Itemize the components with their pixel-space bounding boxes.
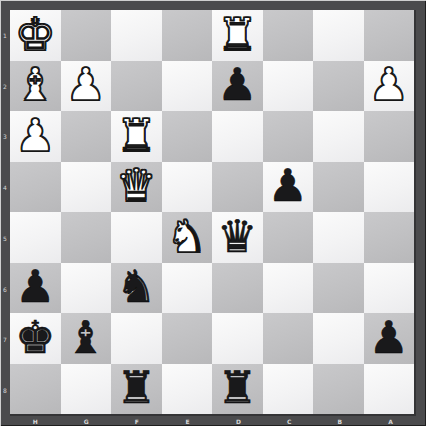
square-f7[interactable] — [111, 313, 162, 364]
white-bishop[interactable]: ♝ — [15, 62, 55, 107]
white-rook[interactable]: ♜ — [116, 113, 156, 158]
black-pawn[interactable]: ♟ — [369, 315, 409, 360]
square-d2[interactable]: ♟ — [212, 61, 263, 112]
white-pawn[interactable]: ♟ — [15, 113, 55, 158]
rank-labels: 12345678 — [0, 10, 10, 416]
square-d7[interactable] — [212, 313, 263, 364]
chess-board-frame: 12345678 ♚♜♝♟♟♟♟♜♛♟♞♛♟♞♚♝♟♜♜ HGFEDCBA — [0, 0, 426, 426]
square-d1[interactable]: ♜ — [212, 10, 263, 61]
square-c1[interactable] — [263, 10, 314, 61]
square-a8[interactable] — [364, 364, 415, 415]
rank-label-1: 1 — [0, 10, 10, 61]
rank-label-8: 8 — [0, 365, 10, 416]
square-b3[interactable] — [313, 111, 364, 162]
square-h3[interactable]: ♟ — [10, 111, 61, 162]
square-b2[interactable] — [313, 61, 364, 112]
square-d6[interactable] — [212, 263, 263, 314]
square-h4[interactable] — [10, 162, 61, 213]
square-c8[interactable] — [263, 364, 314, 415]
rank-label-7: 7 — [0, 315, 10, 366]
square-e6[interactable] — [162, 263, 213, 314]
square-b8[interactable] — [313, 364, 364, 415]
square-c5[interactable] — [263, 212, 314, 263]
square-e2[interactable] — [162, 61, 213, 112]
file-label-g: G — [61, 417, 112, 426]
rank-label-3: 3 — [0, 112, 10, 163]
white-king[interactable]: ♚ — [15, 12, 55, 57]
square-f1[interactable] — [111, 10, 162, 61]
square-b6[interactable] — [313, 263, 364, 314]
black-pawn[interactable]: ♟ — [15, 264, 55, 309]
square-b5[interactable] — [313, 212, 364, 263]
file-labels: HGFEDCBA — [10, 417, 416, 426]
white-rook[interactable]: ♜ — [217, 12, 257, 57]
rank-label-5: 5 — [0, 213, 10, 264]
square-c2[interactable] — [263, 61, 314, 112]
black-bishop[interactable]: ♝ — [66, 315, 106, 360]
rank-label-4: 4 — [0, 162, 10, 213]
square-f6[interactable]: ♞ — [111, 263, 162, 314]
square-g2[interactable]: ♟ — [61, 61, 112, 112]
square-h1[interactable]: ♚ — [10, 10, 61, 61]
black-king[interactable]: ♚ — [15, 315, 55, 360]
file-label-h: H — [10, 417, 61, 426]
rank-label-6: 6 — [0, 264, 10, 315]
black-rook[interactable]: ♜ — [116, 365, 156, 410]
square-g4[interactable] — [61, 162, 112, 213]
square-d3[interactable] — [212, 111, 263, 162]
square-a2[interactable]: ♟ — [364, 61, 415, 112]
white-queen[interactable]: ♛ — [116, 163, 156, 208]
square-c6[interactable] — [263, 263, 314, 314]
square-e1[interactable] — [162, 10, 213, 61]
white-knight[interactable]: ♞ — [167, 214, 207, 259]
square-f4[interactable]: ♛ — [111, 162, 162, 213]
square-h2[interactable]: ♝ — [10, 61, 61, 112]
square-a3[interactable] — [364, 111, 415, 162]
square-b7[interactable] — [313, 313, 364, 364]
white-pawn[interactable]: ♟ — [369, 62, 409, 107]
square-e7[interactable] — [162, 313, 213, 364]
white-pawn[interactable]: ♟ — [66, 62, 106, 107]
black-knight[interactable]: ♞ — [116, 264, 156, 309]
square-e3[interactable] — [162, 111, 213, 162]
square-g8[interactable] — [61, 364, 112, 415]
square-e8[interactable] — [162, 364, 213, 415]
file-label-e: E — [162, 417, 213, 426]
square-d4[interactable] — [212, 162, 263, 213]
square-a7[interactable]: ♟ — [364, 313, 415, 364]
chess-board: ♚♜♝♟♟♟♟♜♛♟♞♛♟♞♚♝♟♜♜ — [10, 10, 416, 416]
square-d8[interactable]: ♜ — [212, 364, 263, 415]
square-c7[interactable] — [263, 313, 314, 364]
black-rook[interactable]: ♜ — [217, 365, 257, 410]
square-e4[interactable] — [162, 162, 213, 213]
square-h5[interactable] — [10, 212, 61, 263]
file-label-f: F — [112, 417, 163, 426]
square-g5[interactable] — [61, 212, 112, 263]
square-f5[interactable] — [111, 212, 162, 263]
square-a5[interactable] — [364, 212, 415, 263]
square-e5[interactable]: ♞ — [162, 212, 213, 263]
square-c4[interactable]: ♟ — [263, 162, 314, 213]
square-g7[interactable]: ♝ — [61, 313, 112, 364]
square-g6[interactable] — [61, 263, 112, 314]
square-g3[interactable] — [61, 111, 112, 162]
square-h7[interactable]: ♚ — [10, 313, 61, 364]
rank-label-2: 2 — [0, 61, 10, 112]
square-g1[interactable] — [61, 10, 112, 61]
file-label-d: D — [213, 417, 264, 426]
square-f3[interactable]: ♜ — [111, 111, 162, 162]
square-f2[interactable] — [111, 61, 162, 112]
square-c3[interactable] — [263, 111, 314, 162]
square-f8[interactable]: ♜ — [111, 364, 162, 415]
file-label-b: B — [315, 417, 366, 426]
file-label-a: A — [365, 417, 416, 426]
square-a4[interactable] — [364, 162, 415, 213]
square-b4[interactable] — [313, 162, 364, 213]
square-h6[interactable]: ♟ — [10, 263, 61, 314]
square-b1[interactable] — [313, 10, 364, 61]
black-queen[interactable]: ♛ — [217, 214, 257, 259]
black-pawn[interactable]: ♟ — [268, 163, 308, 208]
file-label-c: C — [264, 417, 315, 426]
square-a1[interactable] — [364, 10, 415, 61]
square-a6[interactable] — [364, 263, 415, 314]
square-h8[interactable] — [10, 364, 61, 415]
square-d5[interactable]: ♛ — [212, 212, 263, 263]
black-pawn[interactable]: ♟ — [217, 62, 257, 107]
